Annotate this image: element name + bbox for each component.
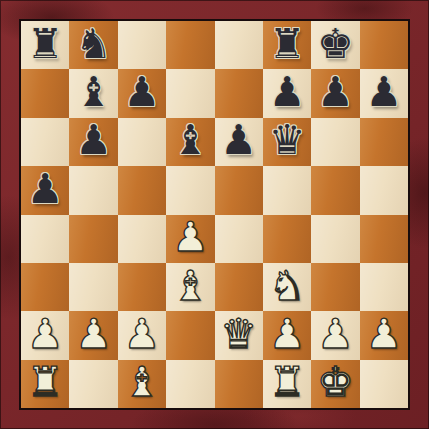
- square-d6[interactable]: ♝: [166, 118, 214, 166]
- piece-black-knight[interactable]: ♞: [75, 24, 112, 65]
- piece-white-king[interactable]: ♚: [317, 362, 354, 403]
- square-f1[interactable]: ♜: [263, 360, 311, 408]
- square-b3[interactable]: [69, 263, 117, 311]
- square-f6[interactable]: ♛: [263, 118, 311, 166]
- piece-white-pawn[interactable]: ♟: [172, 217, 209, 258]
- piece-black-pawn[interactable]: ♟: [27, 169, 64, 210]
- square-g1[interactable]: ♚: [311, 360, 359, 408]
- piece-white-rook[interactable]: ♜: [27, 362, 64, 403]
- square-h7[interactable]: ♟: [360, 69, 408, 117]
- square-a7[interactable]: [21, 69, 69, 117]
- square-a1[interactable]: ♜: [21, 360, 69, 408]
- square-e7[interactable]: [215, 69, 263, 117]
- square-d1[interactable]: [166, 360, 214, 408]
- square-c3[interactable]: [118, 263, 166, 311]
- square-f8[interactable]: ♜: [263, 21, 311, 69]
- square-g7[interactable]: ♟: [311, 69, 359, 117]
- square-c5[interactable]: [118, 166, 166, 214]
- square-b5[interactable]: [69, 166, 117, 214]
- square-b2[interactable]: ♟: [69, 311, 117, 359]
- square-c6[interactable]: [118, 118, 166, 166]
- square-a5[interactable]: ♟: [21, 166, 69, 214]
- piece-black-bishop[interactable]: ♝: [172, 120, 209, 161]
- square-c7[interactable]: ♟: [118, 69, 166, 117]
- piece-black-pawn[interactable]: ♟: [124, 72, 161, 113]
- square-c4[interactable]: [118, 215, 166, 263]
- square-a2[interactable]: ♟: [21, 311, 69, 359]
- square-g6[interactable]: [311, 118, 359, 166]
- square-h3[interactable]: [360, 263, 408, 311]
- piece-black-bishop[interactable]: ♝: [75, 72, 112, 113]
- square-f3[interactable]: ♞: [263, 263, 311, 311]
- square-h1[interactable]: [360, 360, 408, 408]
- square-a6[interactable]: [21, 118, 69, 166]
- square-g2[interactable]: ♟: [311, 311, 359, 359]
- piece-white-rook[interactable]: ♜: [269, 362, 306, 403]
- piece-white-bishop[interactable]: ♝: [172, 266, 209, 307]
- square-e5[interactable]: [215, 166, 263, 214]
- piece-black-rook[interactable]: ♜: [269, 24, 306, 65]
- square-h2[interactable]: ♟: [360, 311, 408, 359]
- piece-black-king[interactable]: ♚: [317, 24, 354, 65]
- square-h4[interactable]: [360, 215, 408, 263]
- piece-black-pawn[interactable]: ♟: [75, 120, 112, 161]
- square-e1[interactable]: [215, 360, 263, 408]
- piece-white-pawn[interactable]: ♟: [365, 314, 402, 355]
- piece-black-rook[interactable]: ♜: [27, 24, 64, 65]
- piece-white-knight[interactable]: ♞: [269, 266, 306, 307]
- square-e3[interactable]: [215, 263, 263, 311]
- square-e8[interactable]: [215, 21, 263, 69]
- chess-board: ♜♞♜♚♝♟♟♟♟♟♝♟♛♟♟♝♞♟♟♟♛♟♟♟♜♝♜♚: [21, 21, 408, 408]
- square-g5[interactable]: [311, 166, 359, 214]
- square-b7[interactable]: ♝: [69, 69, 117, 117]
- piece-white-pawn[interactable]: ♟: [27, 314, 64, 355]
- square-d7[interactable]: [166, 69, 214, 117]
- square-c2[interactable]: ♟: [118, 311, 166, 359]
- square-f5[interactable]: [263, 166, 311, 214]
- square-d4[interactable]: ♟: [166, 215, 214, 263]
- square-h5[interactable]: [360, 166, 408, 214]
- square-h6[interactable]: [360, 118, 408, 166]
- square-d2[interactable]: [166, 311, 214, 359]
- piece-white-queen[interactable]: ♛: [220, 314, 257, 355]
- chessboard-window: ♜♞♜♚♝♟♟♟♟♟♝♟♛♟♟♝♞♟♟♟♛♟♟♟♜♝♜♚: [0, 0, 429, 429]
- square-a3[interactable]: [21, 263, 69, 311]
- square-f4[interactable]: [263, 215, 311, 263]
- piece-black-queen[interactable]: ♛: [269, 120, 306, 161]
- square-g3[interactable]: [311, 263, 359, 311]
- piece-black-pawn[interactable]: ♟: [269, 72, 306, 113]
- square-h8[interactable]: [360, 21, 408, 69]
- square-f7[interactable]: ♟: [263, 69, 311, 117]
- square-b1[interactable]: [69, 360, 117, 408]
- square-d3[interactable]: ♝: [166, 263, 214, 311]
- piece-white-pawn[interactable]: ♟: [124, 314, 161, 355]
- square-b8[interactable]: ♞: [69, 21, 117, 69]
- piece-black-pawn[interactable]: ♟: [220, 120, 257, 161]
- piece-white-pawn[interactable]: ♟: [269, 314, 306, 355]
- square-g4[interactable]: [311, 215, 359, 263]
- square-e2[interactable]: ♛: [215, 311, 263, 359]
- square-e4[interactable]: [215, 215, 263, 263]
- square-d8[interactable]: [166, 21, 214, 69]
- square-a8[interactable]: ♜: [21, 21, 69, 69]
- piece-black-pawn[interactable]: ♟: [365, 72, 402, 113]
- square-e6[interactable]: ♟: [215, 118, 263, 166]
- square-b4[interactable]: [69, 215, 117, 263]
- square-f2[interactable]: ♟: [263, 311, 311, 359]
- square-b6[interactable]: ♟: [69, 118, 117, 166]
- square-g8[interactable]: ♚: [311, 21, 359, 69]
- piece-white-bishop[interactable]: ♝: [124, 362, 161, 403]
- square-a4[interactable]: [21, 215, 69, 263]
- piece-white-pawn[interactable]: ♟: [75, 314, 112, 355]
- square-c8[interactable]: [118, 21, 166, 69]
- piece-white-pawn[interactable]: ♟: [317, 314, 354, 355]
- piece-black-pawn[interactable]: ♟: [317, 72, 354, 113]
- square-d5[interactable]: [166, 166, 214, 214]
- square-c1[interactable]: ♝: [118, 360, 166, 408]
